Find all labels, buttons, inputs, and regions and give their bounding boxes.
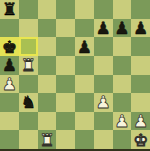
white-pawn-piece[interactable]: ♟ — [96, 93, 111, 111]
square-d5[interactable] — [56, 56, 75, 75]
square-d2[interactable] — [56, 112, 75, 131]
square-h1[interactable]: ♚ — [131, 130, 150, 149]
square-e5[interactable] — [75, 56, 94, 75]
square-b4[interactable] — [19, 75, 38, 94]
square-h3[interactable] — [131, 93, 150, 112]
square-c2[interactable] — [38, 112, 57, 131]
black-rook-piece[interactable]: ♜ — [2, 0, 17, 18]
square-a5[interactable]: ♟ — [0, 56, 19, 75]
square-g3[interactable] — [113, 93, 132, 112]
square-c4[interactable] — [38, 75, 57, 94]
square-a4[interactable]: ♟ — [0, 75, 19, 94]
square-b5[interactable]: ♜ — [19, 56, 38, 75]
square-e8[interactable] — [75, 0, 94, 19]
black-king-piece[interactable]: ♚ — [2, 38, 17, 56]
square-g1[interactable] — [113, 130, 132, 149]
square-b1[interactable] — [19, 130, 38, 149]
square-a6[interactable]: ♚ — [0, 37, 19, 56]
square-e1[interactable] — [75, 130, 94, 149]
square-h6[interactable] — [131, 37, 150, 56]
square-d8[interactable] — [56, 0, 75, 19]
square-g6[interactable] — [113, 37, 132, 56]
white-pawn-piece[interactable]: ♟ — [114, 112, 129, 130]
square-b7[interactable] — [19, 19, 38, 38]
square-f2[interactable] — [94, 112, 113, 131]
square-f4[interactable] — [94, 75, 113, 94]
square-e7[interactable] — [75, 19, 94, 38]
square-a1[interactable] — [0, 130, 19, 149]
square-d3[interactable] — [56, 93, 75, 112]
black-pawn-piece[interactable]: ♟ — [114, 19, 129, 37]
square-g7[interactable]: ♟ — [113, 19, 132, 38]
square-f1[interactable] — [94, 130, 113, 149]
white-king-piece[interactable]: ♚ — [133, 131, 148, 149]
square-a8[interactable]: ♜ — [0, 0, 19, 19]
square-b3[interactable]: ♞ — [19, 93, 38, 112]
square-f7[interactable]: ♟ — [94, 19, 113, 38]
square-f6[interactable] — [94, 37, 113, 56]
square-c7[interactable] — [38, 19, 57, 38]
square-g4[interactable] — [113, 75, 132, 94]
white-rook-piece[interactable]: ♜ — [21, 56, 36, 74]
square-a2[interactable] — [0, 112, 19, 131]
black-pawn-piece[interactable]: ♟ — [133, 19, 148, 37]
square-h7[interactable]: ♟ — [131, 19, 150, 38]
square-c1[interactable]: ♜ — [38, 130, 57, 149]
square-d4[interactable] — [56, 75, 75, 94]
square-d7[interactable] — [56, 19, 75, 38]
square-g2[interactable]: ♟ — [113, 112, 132, 131]
square-f8[interactable] — [94, 0, 113, 19]
board-container: ♜♟♟♟♚♟♟♜♟♞♟♟♟♜♚ — [0, 0, 150, 151]
white-rook-piece[interactable]: ♜ — [39, 131, 54, 149]
square-c6[interactable] — [38, 37, 57, 56]
square-d6[interactable] — [56, 37, 75, 56]
square-f3[interactable]: ♟ — [94, 93, 113, 112]
square-e2[interactable] — [75, 112, 94, 131]
square-h5[interactable] — [131, 56, 150, 75]
black-pawn-piece[interactable]: ♟ — [96, 19, 111, 37]
white-pawn-piece[interactable]: ♟ — [133, 112, 148, 130]
square-g8[interactable] — [113, 0, 132, 19]
black-knight-piece[interactable]: ♞ — [21, 93, 36, 111]
chess-board: ♜♟♟♟♚♟♟♜♟♞♟♟♟♜♚ — [0, 0, 150, 151]
square-h8[interactable] — [131, 0, 150, 19]
square-e4[interactable] — [75, 75, 94, 94]
square-b2[interactable] — [19, 112, 38, 131]
square-b6[interactable] — [19, 37, 38, 56]
black-pawn-piece[interactable]: ♟ — [77, 38, 92, 56]
square-a7[interactable] — [0, 19, 19, 38]
square-f5[interactable] — [94, 56, 113, 75]
square-h2[interactable]: ♟ — [131, 112, 150, 131]
square-b8[interactable] — [19, 0, 38, 19]
square-c3[interactable] — [38, 93, 57, 112]
square-d1[interactable] — [56, 130, 75, 149]
square-g5[interactable] — [113, 56, 132, 75]
square-e6[interactable]: ♟ — [75, 37, 94, 56]
square-a3[interactable] — [0, 93, 19, 112]
square-e3[interactable] — [75, 93, 94, 112]
square-h4[interactable] — [131, 75, 150, 94]
square-c5[interactable] — [38, 56, 57, 75]
white-pawn-piece[interactable]: ♟ — [2, 75, 17, 93]
square-c8[interactable] — [38, 0, 57, 19]
black-pawn-piece[interactable]: ♟ — [2, 56, 17, 74]
